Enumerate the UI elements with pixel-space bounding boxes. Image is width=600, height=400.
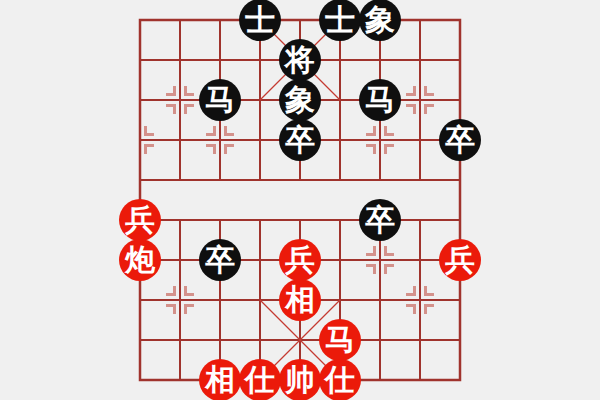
piece-black-soldier[interactable]: 卒: [279, 119, 321, 161]
piece-black-soldier[interactable]: 卒: [439, 119, 481, 161]
piece-black-horse[interactable]: 马: [199, 79, 241, 121]
piece-red-soldier[interactable]: 兵: [439, 239, 481, 281]
piece-red-advisor[interactable]: 仕: [319, 359, 361, 400]
piece-red-elephant[interactable]: 相: [279, 279, 321, 321]
xiangqi-board: 士士象将马象马卒卒兵卒炮卒兵兵相马相仕帅仕: [0, 0, 600, 400]
piece-black-horse[interactable]: 马: [359, 79, 401, 121]
piece-black-elephant[interactable]: 象: [279, 79, 321, 121]
pieces-layer: 士士象将马象马卒卒兵卒炮卒兵兵相马相仕帅仕: [120, 0, 480, 400]
piece-black-soldier[interactable]: 卒: [199, 239, 241, 281]
piece-red-horse[interactable]: 马: [319, 319, 361, 361]
piece-black-advisor[interactable]: 士: [239, 0, 281, 41]
piece-red-cannon[interactable]: 炮: [119, 239, 161, 281]
piece-red-advisor[interactable]: 仕: [239, 359, 281, 400]
piece-black-soldier[interactable]: 卒: [359, 199, 401, 241]
piece-red-general[interactable]: 帅: [279, 359, 321, 400]
piece-red-soldier[interactable]: 兵: [279, 239, 321, 281]
piece-black-advisor[interactable]: 士: [319, 0, 361, 41]
piece-red-soldier[interactable]: 兵: [119, 199, 161, 241]
piece-black-general[interactable]: 将: [279, 39, 321, 81]
piece-red-elephant[interactable]: 相: [199, 359, 241, 400]
piece-black-elephant[interactable]: 象: [359, 0, 401, 41]
